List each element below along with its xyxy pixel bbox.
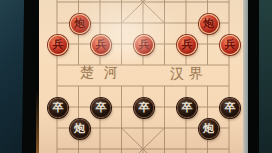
piece-red-soldier[interactable]: 兵 [48, 35, 68, 55]
piece-glyph: 炮 [74, 15, 85, 33]
piece-red-cannon[interactable]: 炮 [199, 14, 219, 34]
piece-glyph: 卒 [96, 99, 107, 117]
piece-glyph: 炮 [203, 120, 214, 138]
piece-black-soldier[interactable]: 卒 [91, 98, 111, 118]
piece-glyph: 卒 [139, 99, 150, 117]
piece-black-cannon[interactable]: 炮 [70, 119, 90, 139]
piece-glyph: 卒 [182, 99, 193, 117]
piece-glyph: 炮 [203, 15, 214, 33]
piece-glyph: 卒 [225, 99, 236, 117]
piece-red-cannon[interactable]: 炮 [70, 14, 90, 34]
piece-glyph: 兵 [53, 36, 64, 54]
piece-black-cannon[interactable]: 炮 [199, 119, 219, 139]
piece-red-soldier[interactable]: 兵 [177, 35, 197, 55]
piece-glyph: 兵 [139, 36, 150, 54]
piece-glyph: 兵 [96, 36, 107, 54]
piece-red-soldier[interactable]: 兵 [134, 35, 154, 55]
xiangqi-board[interactable]: 楚河 汉界 炮炮兵兵兵兵兵卒卒卒卒卒炮炮 [39, 0, 244, 153]
screen-photo: 楚河 汉界 炮炮兵兵兵兵兵卒卒卒卒卒炮炮 [0, 0, 272, 153]
piece-red-soldier[interactable]: 兵 [91, 35, 111, 55]
piece-black-soldier[interactable]: 卒 [48, 98, 68, 118]
background-right [259, 0, 272, 153]
river-label-han: 汉界 [170, 65, 208, 83]
river-label-chu: 楚河 [80, 64, 128, 82]
piece-glyph: 兵 [225, 36, 236, 54]
piece-glyph: 兵 [182, 36, 193, 54]
piece-black-soldier[interactable]: 卒 [177, 98, 197, 118]
piece-black-soldier[interactable]: 卒 [220, 98, 240, 118]
piece-red-soldier[interactable]: 兵 [220, 35, 240, 55]
piece-black-soldier[interactable]: 卒 [134, 98, 154, 118]
piece-glyph: 炮 [74, 120, 85, 138]
phone-bezel-right [248, 0, 259, 153]
piece-glyph: 卒 [53, 99, 64, 117]
